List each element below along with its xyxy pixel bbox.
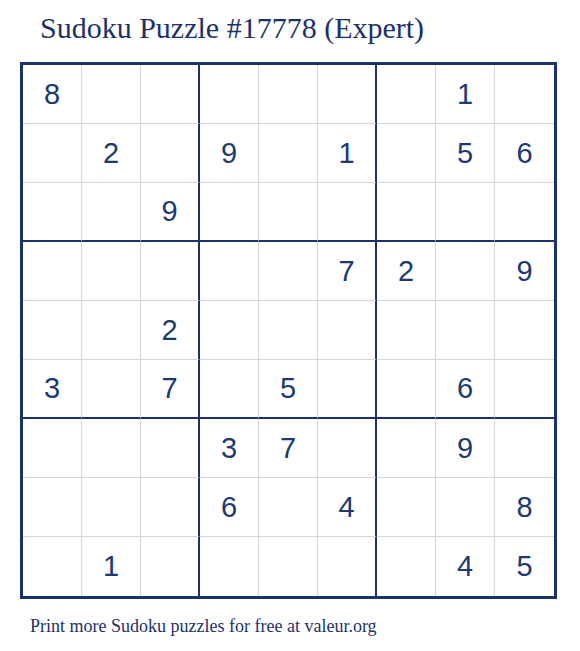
sudoku-cell-r5c1[interactable] xyxy=(23,301,82,360)
sudoku-cell-r6c9[interactable] xyxy=(495,360,554,419)
sudoku-cell-r2c9[interactable]: 6 xyxy=(495,124,554,183)
sudoku-cell-r2c7[interactable] xyxy=(377,124,436,183)
sudoku-cell-r9c4[interactable] xyxy=(200,537,259,596)
sudoku-cell-r5c3[interactable]: 2 xyxy=(141,301,200,360)
sudoku-cell-r8c5[interactable] xyxy=(259,478,318,537)
footer-text: Print more Sudoku puzzles for free at va… xyxy=(30,614,377,638)
sudoku-cell-r7c9[interactable] xyxy=(495,419,554,478)
sudoku-cell-r6c4[interactable] xyxy=(200,360,259,419)
sudoku-cell-r6c5[interactable]: 5 xyxy=(259,360,318,419)
sudoku-board: 8129156972923756379648145 xyxy=(20,62,557,599)
sudoku-cell-r3c8[interactable] xyxy=(436,183,495,242)
sudoku-grid: 8129156972923756379648145 xyxy=(23,65,554,596)
sudoku-cell-r4c3[interactable] xyxy=(141,242,200,301)
sudoku-cell-r3c1[interactable] xyxy=(23,183,82,242)
sudoku-cell-r6c1[interactable]: 3 xyxy=(23,360,82,419)
sudoku-cell-r2c3[interactable] xyxy=(141,124,200,183)
sudoku-cell-r8c2[interactable] xyxy=(82,478,141,537)
sudoku-cell-r3c3[interactable]: 9 xyxy=(141,183,200,242)
sudoku-cell-r7c5[interactable]: 7 xyxy=(259,419,318,478)
sudoku-cell-r1c2[interactable] xyxy=(82,65,141,124)
sudoku-cell-r8c3[interactable] xyxy=(141,478,200,537)
sudoku-cell-r2c2[interactable]: 2 xyxy=(82,124,141,183)
sudoku-cell-r1c5[interactable] xyxy=(259,65,318,124)
sudoku-cell-r5c4[interactable] xyxy=(200,301,259,360)
sudoku-cell-r6c3[interactable]: 7 xyxy=(141,360,200,419)
sudoku-cell-r6c2[interactable] xyxy=(82,360,141,419)
sudoku-cell-r7c7[interactable] xyxy=(377,419,436,478)
sudoku-cell-r7c8[interactable]: 9 xyxy=(436,419,495,478)
sudoku-cell-r9c7[interactable] xyxy=(377,537,436,596)
sudoku-cell-r7c1[interactable] xyxy=(23,419,82,478)
sudoku-cell-r3c9[interactable] xyxy=(495,183,554,242)
sudoku-cell-r8c8[interactable] xyxy=(436,478,495,537)
sudoku-cell-r2c5[interactable] xyxy=(259,124,318,183)
sudoku-cell-r9c5[interactable] xyxy=(259,537,318,596)
sudoku-cell-r4c9[interactable]: 9 xyxy=(495,242,554,301)
sudoku-cell-r7c2[interactable] xyxy=(82,419,141,478)
sudoku-cell-r1c7[interactable] xyxy=(377,65,436,124)
sudoku-cell-r2c8[interactable]: 5 xyxy=(436,124,495,183)
sudoku-cell-r5c7[interactable] xyxy=(377,301,436,360)
sudoku-cell-r4c2[interactable] xyxy=(82,242,141,301)
sudoku-cell-r5c9[interactable] xyxy=(495,301,554,360)
sudoku-cell-r5c6[interactable] xyxy=(318,301,377,360)
sudoku-cell-r9c8[interactable]: 4 xyxy=(436,537,495,596)
sudoku-cell-r4c5[interactable] xyxy=(259,242,318,301)
sudoku-cell-r4c6[interactable]: 7 xyxy=(318,242,377,301)
sudoku-cell-r4c1[interactable] xyxy=(23,242,82,301)
sudoku-cell-r4c8[interactable] xyxy=(436,242,495,301)
sudoku-cell-r8c6[interactable]: 4 xyxy=(318,478,377,537)
sudoku-cell-r5c5[interactable] xyxy=(259,301,318,360)
sudoku-cell-r1c1[interactable]: 8 xyxy=(23,65,82,124)
sudoku-cell-r4c4[interactable] xyxy=(200,242,259,301)
page-title: Sudoku Puzzle #17778 (Expert) xyxy=(40,10,424,46)
sudoku-cell-r6c7[interactable] xyxy=(377,360,436,419)
sudoku-cell-r1c4[interactable] xyxy=(200,65,259,124)
sudoku-cell-r7c4[interactable]: 3 xyxy=(200,419,259,478)
sudoku-cell-r9c6[interactable] xyxy=(318,537,377,596)
sudoku-cell-r1c9[interactable] xyxy=(495,65,554,124)
sudoku-cell-r2c1[interactable] xyxy=(23,124,82,183)
sudoku-cell-r9c9[interactable]: 5 xyxy=(495,537,554,596)
sudoku-cell-r2c4[interactable]: 9 xyxy=(200,124,259,183)
sudoku-cell-r8c1[interactable] xyxy=(23,478,82,537)
sudoku-cell-r8c9[interactable]: 8 xyxy=(495,478,554,537)
sudoku-cell-r8c7[interactable] xyxy=(377,478,436,537)
sudoku-cell-r9c3[interactable] xyxy=(141,537,200,596)
sudoku-cell-r8c4[interactable]: 6 xyxy=(200,478,259,537)
sudoku-cell-r1c8[interactable]: 1 xyxy=(436,65,495,124)
sudoku-cell-r4c7[interactable]: 2 xyxy=(377,242,436,301)
sudoku-cell-r3c7[interactable] xyxy=(377,183,436,242)
sudoku-cell-r6c6[interactable] xyxy=(318,360,377,419)
sudoku-cell-r3c4[interactable] xyxy=(200,183,259,242)
sudoku-cell-r1c6[interactable] xyxy=(318,65,377,124)
sudoku-cell-r7c6[interactable] xyxy=(318,419,377,478)
sudoku-cell-r3c5[interactable] xyxy=(259,183,318,242)
sudoku-cell-r3c6[interactable] xyxy=(318,183,377,242)
sudoku-cell-r5c8[interactable] xyxy=(436,301,495,360)
sudoku-cell-r1c3[interactable] xyxy=(141,65,200,124)
sudoku-cell-r9c1[interactable] xyxy=(23,537,82,596)
sudoku-cell-r3c2[interactable] xyxy=(82,183,141,242)
sudoku-cell-r9c2[interactable]: 1 xyxy=(82,537,141,596)
sudoku-cell-r5c2[interactable] xyxy=(82,301,141,360)
sudoku-cell-r6c8[interactable]: 6 xyxy=(436,360,495,419)
sudoku-cell-r2c6[interactable]: 1 xyxy=(318,124,377,183)
sudoku-cell-r7c3[interactable] xyxy=(141,419,200,478)
